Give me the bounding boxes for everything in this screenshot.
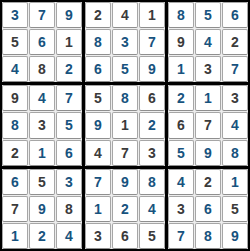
sudoku-cell-r4c6[interactable]: 6 <box>139 85 165 111</box>
sudoku-cell-r7c7[interactable]: 4 <box>168 169 194 195</box>
sudoku-cell-r7c4[interactable]: 7 <box>85 169 111 195</box>
sudoku-cell-r8c8[interactable]: 6 <box>195 196 221 222</box>
sudoku-cell-r7c6[interactable]: 8 <box>139 169 165 195</box>
sudoku-cell-r1c1[interactable]: 3 <box>2 2 28 28</box>
sudoku-box-6: 213674598 <box>168 85 248 165</box>
sudoku-cell-r7c5[interactable]: 9 <box>112 169 138 195</box>
sudoku-cell-r5c2[interactable]: 3 <box>29 112 55 138</box>
sudoku-cell-r6c6[interactable]: 3 <box>139 140 165 166</box>
sudoku-cell-r1c8[interactable]: 5 <box>195 2 221 28</box>
sudoku-cell-r6c4[interactable]: 4 <box>85 140 111 166</box>
sudoku-cell-r8c7[interactable]: 3 <box>168 196 194 222</box>
sudoku-cell-r6c2[interactable]: 1 <box>29 140 55 166</box>
sudoku-cell-r2c5[interactable]: 3 <box>112 29 138 55</box>
sudoku-cell-r6c8[interactable]: 9 <box>195 140 221 166</box>
sudoku-cell-r4c5[interactable]: 8 <box>112 85 138 111</box>
sudoku-cell-r3c5[interactable]: 5 <box>112 56 138 82</box>
sudoku-cell-r4c9[interactable]: 3 <box>222 85 248 111</box>
sudoku-cell-r4c3[interactable]: 7 <box>56 85 82 111</box>
sudoku-cell-r7c2[interactable]: 5 <box>29 169 55 195</box>
sudoku-cell-r8c3[interactable]: 8 <box>56 196 82 222</box>
sudoku-cell-r6c1[interactable]: 2 <box>2 140 28 166</box>
sudoku-cell-r2c6[interactable]: 7 <box>139 29 165 55</box>
sudoku-cell-r6c5[interactable]: 7 <box>112 140 138 166</box>
sudoku-cell-r1c4[interactable]: 2 <box>85 2 111 28</box>
sudoku-cell-r5c4[interactable]: 9 <box>85 112 111 138</box>
sudoku-cell-r8c1[interactable]: 7 <box>2 196 28 222</box>
sudoku-cell-r3c3[interactable]: 2 <box>56 56 82 82</box>
sudoku-cell-r2c2[interactable]: 6 <box>29 29 55 55</box>
sudoku-cell-r1c3[interactable]: 9 <box>56 2 82 28</box>
sudoku-cell-r6c9[interactable]: 8 <box>222 140 248 166</box>
sudoku-cell-r7c3[interactable]: 3 <box>56 169 82 195</box>
sudoku-cell-r1c6[interactable]: 1 <box>139 2 165 28</box>
sudoku-box-3: 856942137 <box>168 2 248 82</box>
sudoku-cell-r6c3[interactable]: 6 <box>56 140 82 166</box>
sudoku-cell-r2c4[interactable]: 8 <box>85 29 111 55</box>
sudoku-cell-r8c4[interactable]: 1 <box>85 196 111 222</box>
sudoku-cell-r1c5[interactable]: 4 <box>112 2 138 28</box>
sudoku-cell-r9c9[interactable]: 9 <box>222 223 248 249</box>
sudoku-cell-r8c5[interactable]: 2 <box>112 196 138 222</box>
sudoku-cell-r2c8[interactable]: 4 <box>195 29 221 55</box>
sudoku-cell-r8c6[interactable]: 4 <box>139 196 165 222</box>
sudoku-cell-r8c2[interactable]: 9 <box>29 196 55 222</box>
sudoku-cell-r9c2[interactable]: 2 <box>29 223 55 249</box>
sudoku-cell-r1c2[interactable]: 7 <box>29 2 55 28</box>
sudoku-cell-r3c7[interactable]: 1 <box>168 56 194 82</box>
sudoku-box-7: 653798124 <box>2 169 82 249</box>
sudoku-cell-r9c4[interactable]: 3 <box>85 223 111 249</box>
sudoku-box-9: 421365789 <box>168 169 248 249</box>
sudoku-cell-r3c8[interactable]: 3 <box>195 56 221 82</box>
sudoku-cell-r9c3[interactable]: 4 <box>56 223 82 249</box>
sudoku-cell-r4c7[interactable]: 2 <box>168 85 194 111</box>
sudoku-box-1: 379561482 <box>2 2 82 82</box>
sudoku-cell-r1c7[interactable]: 8 <box>168 2 194 28</box>
sudoku-cell-r5c1[interactable]: 8 <box>2 112 28 138</box>
sudoku-cell-r9c6[interactable]: 5 <box>139 223 165 249</box>
sudoku-cell-r9c8[interactable]: 8 <box>195 223 221 249</box>
sudoku-cell-r7c1[interactable]: 6 <box>2 169 28 195</box>
sudoku-cell-r5c7[interactable]: 6 <box>168 112 194 138</box>
sudoku-cell-r5c6[interactable]: 2 <box>139 112 165 138</box>
sudoku-cell-r5c3[interactable]: 5 <box>56 112 82 138</box>
sudoku-box-4: 947835216 <box>2 85 82 165</box>
sudoku-cell-r4c8[interactable]: 1 <box>195 85 221 111</box>
sudoku-cell-r3c1[interactable]: 4 <box>2 56 28 82</box>
sudoku-cell-r2c9[interactable]: 2 <box>222 29 248 55</box>
sudoku-cell-r5c8[interactable]: 7 <box>195 112 221 138</box>
sudoku-cell-r7c8[interactable]: 2 <box>195 169 221 195</box>
sudoku-cell-r9c7[interactable]: 7 <box>168 223 194 249</box>
sudoku-cell-r4c4[interactable]: 5 <box>85 85 111 111</box>
sudoku-cell-r2c3[interactable]: 1 <box>56 29 82 55</box>
sudoku-cell-r4c1[interactable]: 9 <box>2 85 28 111</box>
sudoku-box-5: 586912473 <box>85 85 165 165</box>
sudoku-cell-r9c5[interactable]: 6 <box>112 223 138 249</box>
sudoku-cell-r2c1[interactable]: 5 <box>2 29 28 55</box>
sudoku-cell-r2c7[interactable]: 9 <box>168 29 194 55</box>
sudoku-cell-r3c9[interactable]: 7 <box>222 56 248 82</box>
sudoku-board: 3795614822418376598569421379478352165869… <box>0 0 250 251</box>
sudoku-cell-r5c9[interactable]: 4 <box>222 112 248 138</box>
sudoku-cell-r3c6[interactable]: 9 <box>139 56 165 82</box>
sudoku-box-2: 241837659 <box>85 2 165 82</box>
sudoku-cell-r1c9[interactable]: 6 <box>222 2 248 28</box>
sudoku-cell-r4c2[interactable]: 4 <box>29 85 55 111</box>
sudoku-cell-r5c5[interactable]: 1 <box>112 112 138 138</box>
sudoku-cell-r7c9[interactable]: 1 <box>222 169 248 195</box>
sudoku-cell-r3c4[interactable]: 6 <box>85 56 111 82</box>
sudoku-cell-r9c1[interactable]: 1 <box>2 223 28 249</box>
sudoku-cell-r3c2[interactable]: 8 <box>29 56 55 82</box>
sudoku-box-8: 798124365 <box>85 169 165 249</box>
sudoku-cell-r8c9[interactable]: 5 <box>222 196 248 222</box>
sudoku-cell-r6c7[interactable]: 5 <box>168 140 194 166</box>
